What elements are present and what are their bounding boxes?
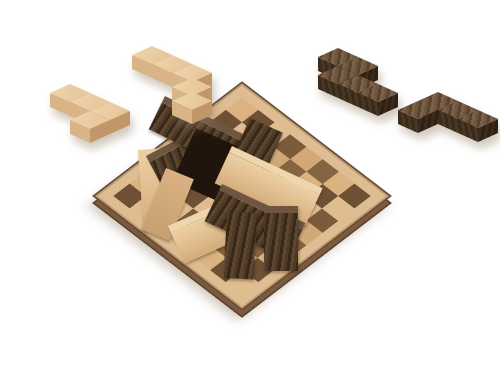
dark-wood-cube [398,101,438,133]
light-wood-cube [172,92,212,124]
piece-dark-arch-leg[interactable] [224,212,257,279]
dark-wood-cube [458,110,498,142]
product-photo [0,0,500,367]
light-wood-cube [70,111,110,143]
piece-dark-cube-front[interactable] [264,206,298,271]
dark-wood-cube [358,84,398,116]
